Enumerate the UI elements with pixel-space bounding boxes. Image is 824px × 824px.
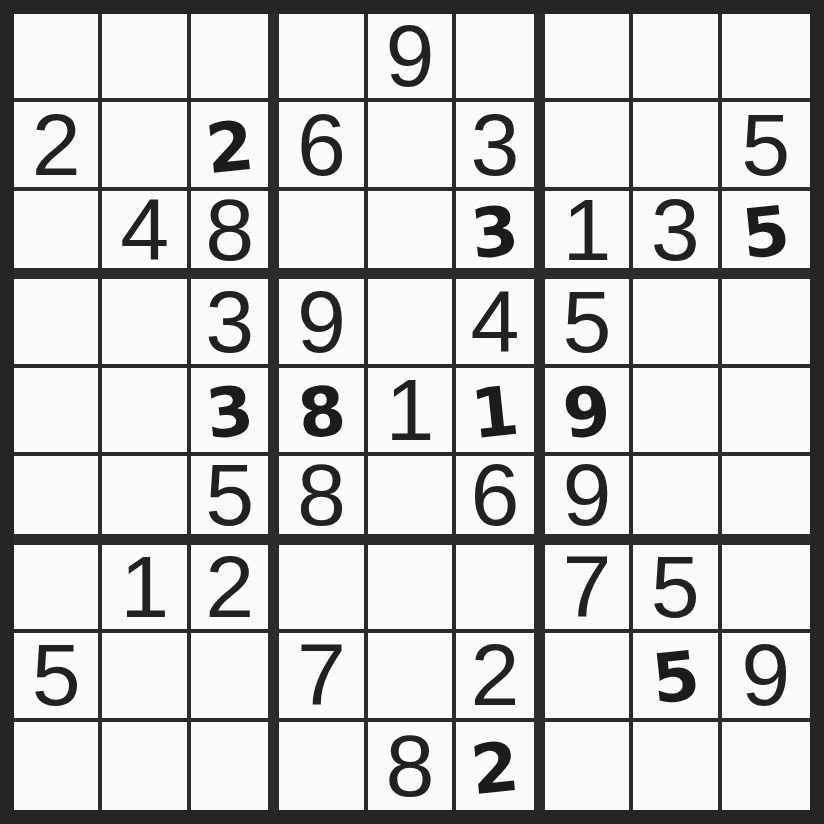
- cell-r5c3[interactable]: 3: [191, 368, 279, 456]
- cell-r6c1[interactable]: [14, 456, 102, 544]
- cell-r4c6[interactable]: 4: [456, 279, 544, 367]
- cell-r2c2[interactable]: [102, 102, 190, 190]
- handwritten-digit: 3: [203, 377, 257, 450]
- cell-r2c6[interactable]: 3: [456, 102, 544, 190]
- cell-r5c1[interactable]: [14, 368, 102, 456]
- given-digit: 9: [386, 14, 435, 100]
- cell-r3c4[interactable]: [279, 191, 367, 279]
- cell-r3c5[interactable]: [368, 191, 456, 279]
- cell-r2c4[interactable]: 6: [279, 102, 367, 190]
- cell-r8c7[interactable]: [545, 633, 633, 721]
- cell-r1c2[interactable]: [102, 14, 190, 102]
- cell-r9c6[interactable]: 2: [456, 722, 544, 810]
- given-digit: 2: [470, 633, 519, 719]
- cell-r9c2[interactable]: [102, 722, 190, 810]
- cell-r3c7[interactable]: 1: [545, 191, 633, 279]
- given-digit: 3: [651, 191, 700, 274]
- cell-r6c6[interactable]: 6: [456, 456, 544, 544]
- cell-r2c7[interactable]: [545, 102, 633, 190]
- given-digit: 9: [741, 633, 790, 719]
- given-digit: 9: [297, 279, 346, 365]
- cell-r5c5[interactable]: 1: [368, 368, 456, 456]
- given-digit: 7: [562, 545, 611, 631]
- cell-r6c8[interactable]: [633, 456, 721, 544]
- cell-r6c9[interactable]: [722, 456, 810, 544]
- given-digit: 4: [470, 279, 519, 365]
- given-digit: 3: [470, 102, 519, 188]
- cell-r3c3[interactable]: 8: [191, 191, 279, 279]
- cell-r9c3[interactable]: [191, 722, 279, 810]
- cell-r1c7[interactable]: [545, 14, 633, 102]
- cell-r1c4[interactable]: [279, 14, 367, 102]
- given-digit: 9: [562, 456, 611, 539]
- cell-r7c5[interactable]: [368, 545, 456, 633]
- cell-r3c2[interactable]: 4: [102, 191, 190, 279]
- cell-r1c6[interactable]: [456, 14, 544, 102]
- cell-r1c8[interactable]: [633, 14, 721, 102]
- handwritten-digit: 2: [203, 111, 257, 184]
- given-digit: 8: [205, 191, 254, 274]
- cell-r3c8[interactable]: 3: [633, 191, 721, 279]
- cell-r4c3[interactable]: 3: [191, 279, 279, 367]
- cell-r5c6[interactable]: 1: [456, 368, 544, 456]
- cell-r1c5[interactable]: 9: [368, 14, 456, 102]
- given-digit: 5: [651, 545, 700, 631]
- sudoku-board: 922635483135394538119586912755725982: [0, 0, 824, 824]
- given-digit: 2: [205, 545, 254, 631]
- given-digit: 4: [120, 191, 169, 274]
- cell-r7c3[interactable]: 2: [191, 545, 279, 633]
- given-digit: 1: [562, 191, 611, 274]
- cell-r8c2[interactable]: [102, 633, 190, 721]
- given-digit: 5: [205, 456, 254, 539]
- cell-r2c1[interactable]: 2: [14, 102, 102, 190]
- cell-r7c1[interactable]: [14, 545, 102, 633]
- given-digit: 8: [386, 722, 435, 810]
- cell-r6c3[interactable]: 5: [191, 456, 279, 544]
- cell-r9c9[interactable]: [722, 722, 810, 810]
- cell-r8c8[interactable]: 5: [633, 633, 721, 721]
- cell-r2c3[interactable]: 2: [191, 102, 279, 190]
- given-digit: 6: [470, 456, 519, 539]
- cell-r1c1[interactable]: [14, 14, 102, 102]
- cell-r9c7[interactable]: [545, 722, 633, 810]
- handwritten-digit: 8: [295, 377, 349, 450]
- given-digit: 5: [32, 633, 81, 719]
- cell-r8c4[interactable]: 7: [279, 633, 367, 721]
- cell-r6c5[interactable]: [368, 456, 456, 544]
- cell-r7c8[interactable]: 5: [633, 545, 721, 633]
- cell-r6c4[interactable]: 8: [279, 456, 367, 544]
- cell-r4c1[interactable]: [14, 279, 102, 367]
- cell-r1c9[interactable]: [722, 14, 810, 102]
- cell-r4c9[interactable]: [722, 279, 810, 367]
- given-digit: 5: [562, 279, 611, 365]
- cell-r8c9[interactable]: 9: [722, 633, 810, 721]
- cell-r2c9[interactable]: 5: [722, 102, 810, 190]
- handwritten-digit: 9: [560, 377, 614, 450]
- cell-r7c9[interactable]: [722, 545, 810, 633]
- given-digit: 3: [205, 279, 254, 365]
- cell-r9c4[interactable]: [279, 722, 367, 810]
- handwritten-digit: 5: [739, 196, 793, 269]
- handwritten-digit: 3: [468, 196, 522, 269]
- cell-r6c2[interactable]: [102, 456, 190, 544]
- given-digit: 1: [120, 545, 169, 631]
- given-digit: 5: [741, 102, 790, 188]
- cell-r7c4[interactable]: [279, 545, 367, 633]
- handwritten-digit: 5: [649, 642, 703, 715]
- cell-r5c8[interactable]: [633, 368, 721, 456]
- cell-r9c5[interactable]: 8: [368, 722, 456, 810]
- given-digit: 1: [386, 368, 435, 454]
- cell-r8c1[interactable]: 5: [14, 633, 102, 721]
- cell-r3c1[interactable]: [14, 191, 102, 279]
- cell-r5c4[interactable]: 8: [279, 368, 367, 456]
- cell-r4c7[interactable]: 5: [545, 279, 633, 367]
- cell-r4c8[interactable]: [633, 279, 721, 367]
- handwritten-digit: 2: [468, 732, 522, 805]
- cell-r9c1[interactable]: [14, 722, 102, 810]
- cell-r3c6[interactable]: 3: [456, 191, 544, 279]
- given-digit: 6: [297, 102, 346, 188]
- given-digit: 8: [297, 456, 346, 539]
- handwritten-digit: 1: [468, 377, 522, 450]
- cell-r4c2[interactable]: [102, 279, 190, 367]
- cell-r7c6[interactable]: [456, 545, 544, 633]
- given-digit: 2: [32, 102, 81, 188]
- cell-r7c2[interactable]: 1: [102, 545, 190, 633]
- cell-r2c5[interactable]: [368, 102, 456, 190]
- cell-r1c3[interactable]: [191, 14, 279, 102]
- cell-r4c5[interactable]: [368, 279, 456, 367]
- cell-r8c6[interactable]: 2: [456, 633, 544, 721]
- given-digit: 7: [297, 633, 346, 719]
- cell-r3c9[interactable]: 5: [722, 191, 810, 279]
- cell-r7c7[interactable]: 7: [545, 545, 633, 633]
- cell-r5c7[interactable]: 9: [545, 368, 633, 456]
- cell-r5c2[interactable]: [102, 368, 190, 456]
- cell-r2c8[interactable]: [633, 102, 721, 190]
- cell-r8c5[interactable]: [368, 633, 456, 721]
- cell-r9c8[interactable]: [633, 722, 721, 810]
- cell-r8c3[interactable]: [191, 633, 279, 721]
- cell-r6c7[interactable]: 9: [545, 456, 633, 544]
- cell-r5c9[interactable]: [722, 368, 810, 456]
- cell-r4c4[interactable]: 9: [279, 279, 367, 367]
